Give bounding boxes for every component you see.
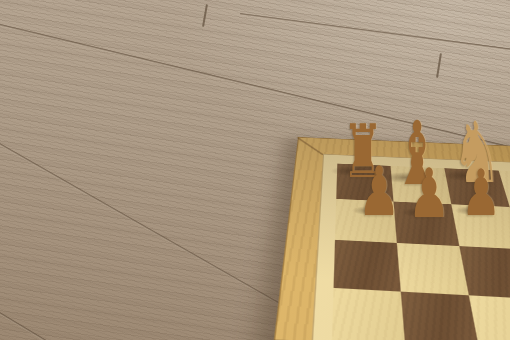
square-b1 [391, 166, 452, 204]
plank-seam [0, 23, 510, 149]
plank-butt-joint [202, 4, 208, 27]
square-b2 [393, 202, 459, 247]
square-b3 [397, 243, 469, 295]
square-a4 [332, 288, 406, 340]
square-c2 [451, 204, 510, 249]
board-squares [320, 164, 510, 340]
plank-seam [240, 13, 510, 53]
plank-seam [0, 310, 57, 340]
square-a3 [334, 240, 401, 292]
square-a2 [335, 199, 397, 243]
plank-butt-joint [436, 53, 442, 78]
plank-seam [0, 141, 283, 306]
chess-board [209, 137, 510, 340]
square-a1 [336, 164, 393, 202]
photo-scene: ♜♝♞♟♟♟ [0, 0, 510, 340]
square-b4 [401, 292, 480, 340]
